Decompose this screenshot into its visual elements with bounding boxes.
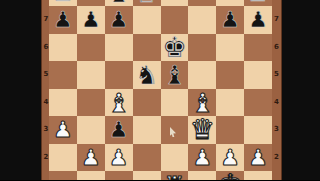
- piece-white-rook-e1[interactable]: ♜: [163, 173, 185, 181]
- square-h3[interactable]: [244, 116, 272, 144]
- square-g4[interactable]: [216, 89, 244, 117]
- square-b6[interactable]: [77, 34, 105, 62]
- square-a7[interactable]: ♟: [49, 6, 77, 34]
- square-b7[interactable]: ♟: [77, 6, 105, 34]
- square-g6[interactable]: [216, 34, 244, 62]
- piece-white-pawn-a3[interactable]: ♟: [53, 119, 73, 141]
- square-d6[interactable]: [133, 34, 161, 62]
- square-b1[interactable]: [77, 171, 105, 180]
- square-f6[interactable]: [188, 34, 216, 62]
- piece-black-rook-a8[interactable]: ♜: [52, 0, 74, 5]
- square-b5[interactable]: [77, 61, 105, 89]
- rank-label-4-right: 4: [272, 89, 281, 117]
- piece-black-king-e6[interactable]: ♚: [162, 34, 187, 62]
- chess-video-frame: 87654321 87654321 ♜♝♛♜♟♟♟♟♟♚♞♝♝♝♟♟♛♟♟♟♟♟…: [0, 0, 320, 180]
- piece-white-queen-f3[interactable]: ♛: [190, 116, 215, 144]
- square-d1[interactable]: [133, 171, 161, 180]
- piece-black-pawn-b7[interactable]: ♟: [81, 9, 101, 31]
- square-e5[interactable]: ♝: [161, 61, 189, 89]
- piece-white-pawn-f2[interactable]: ♟: [192, 147, 212, 169]
- rank-label-6-right: 6: [272, 34, 281, 62]
- rank-label-2-right: 2: [272, 144, 281, 172]
- square-h7[interactable]: ♟: [244, 6, 272, 34]
- square-a2[interactable]: [49, 144, 77, 172]
- square-e3[interactable]: [161, 116, 189, 144]
- square-h6[interactable]: [244, 34, 272, 62]
- square-d7[interactable]: [133, 6, 161, 34]
- piece-white-pawn-b2[interactable]: ♟: [81, 147, 101, 169]
- square-f2[interactable]: ♟: [188, 144, 216, 172]
- piece-black-pawn-c7[interactable]: ♟: [109, 9, 129, 31]
- square-e7[interactable]: [161, 6, 189, 34]
- board-frame-right: 87654321: [272, 0, 282, 180]
- square-c6[interactable]: [105, 34, 133, 62]
- rank-label-5-right: 5: [272, 61, 281, 89]
- square-a3[interactable]: ♟: [49, 116, 77, 144]
- square-b3[interactable]: [77, 116, 105, 144]
- square-a6[interactable]: [49, 34, 77, 62]
- square-a5[interactable]: [49, 61, 77, 89]
- piece-black-pawn-g7[interactable]: ♟: [220, 9, 240, 31]
- square-c7[interactable]: ♟: [105, 6, 133, 34]
- piece-white-bishop-f4[interactable]: ♝: [191, 90, 214, 116]
- chess-board: ♜♝♛♜♟♟♟♟♟♚♞♝♝♝♟♟♛♟♟♟♟♟♜♚: [49, 0, 272, 180]
- square-d3[interactable]: [133, 116, 161, 144]
- rank-label-7-right: 7: [272, 6, 281, 34]
- square-e2[interactable]: [161, 144, 189, 172]
- square-h5[interactable]: [244, 61, 272, 89]
- rank-label-1-right: 1: [272, 171, 281, 180]
- square-g1[interactable]: ♚: [216, 171, 244, 180]
- square-c1[interactable]: [105, 171, 133, 180]
- piece-black-rook-h8[interactable]: ♜: [247, 0, 269, 5]
- square-c5[interactable]: [105, 61, 133, 89]
- piece-black-bishop-c8[interactable]: ♝: [107, 0, 130, 6]
- square-d5[interactable]: ♞: [133, 61, 161, 89]
- square-g3[interactable]: [216, 116, 244, 144]
- piece-white-bishop-c4[interactable]: ♝: [107, 90, 130, 116]
- square-f1[interactable]: [188, 171, 216, 180]
- square-g7[interactable]: ♟: [216, 6, 244, 34]
- square-e6[interactable]: ♚: [161, 34, 189, 62]
- piece-white-king-g1[interactable]: ♚: [218, 171, 243, 180]
- square-a4[interactable]: [49, 89, 77, 117]
- square-g5[interactable]: [216, 61, 244, 89]
- square-b4[interactable]: [77, 89, 105, 117]
- square-f3[interactable]: ♛: [188, 116, 216, 144]
- piece-white-pawn-c2[interactable]: ♟: [109, 147, 129, 169]
- square-c4[interactable]: ♝: [105, 89, 133, 117]
- square-f5[interactable]: [188, 61, 216, 89]
- piece-black-knight-d5[interactable]: ♞: [135, 62, 158, 88]
- piece-white-pawn-h2[interactable]: ♟: [248, 147, 268, 169]
- piece-black-pawn-a7[interactable]: ♟: [53, 9, 73, 31]
- square-c2[interactable]: ♟: [105, 144, 133, 172]
- square-d4[interactable]: [133, 89, 161, 117]
- rank-label-3-right: 3: [272, 116, 281, 144]
- square-c3[interactable]: ♟: [105, 116, 133, 144]
- square-e4[interactable]: [161, 89, 189, 117]
- piece-black-pawn-h7[interactable]: ♟: [248, 9, 268, 31]
- piece-black-bishop-e5[interactable]: ♝: [163, 62, 186, 88]
- square-h4[interactable]: [244, 89, 272, 117]
- piece-white-pawn-g2[interactable]: ♟: [220, 147, 240, 169]
- piece-black-pawn-c3[interactable]: ♟: [109, 119, 129, 141]
- square-a1[interactable]: [49, 171, 77, 180]
- square-f7[interactable]: [188, 6, 216, 34]
- square-b2[interactable]: ♟: [77, 144, 105, 172]
- square-d2[interactable]: [133, 144, 161, 172]
- square-e1[interactable]: ♜: [161, 171, 189, 180]
- square-h1[interactable]: [244, 171, 272, 180]
- square-h2[interactable]: ♟: [244, 144, 272, 172]
